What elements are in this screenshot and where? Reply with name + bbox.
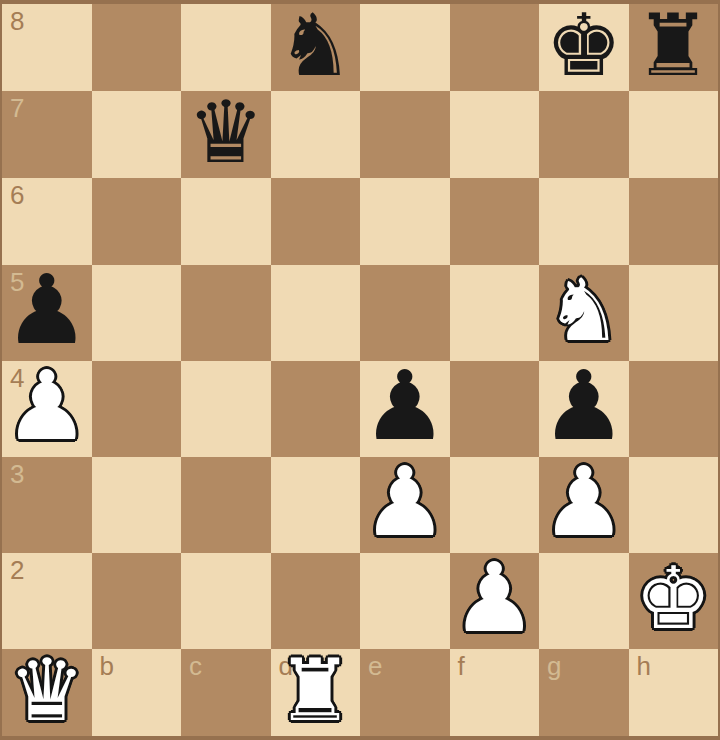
chess-board: 8♞♚♜7♛65♟♞4♟♟♟3♟♟2♟♚♛bcd♜efgh xyxy=(2,4,718,736)
square-f7[interactable] xyxy=(450,91,540,178)
square-b8[interactable] xyxy=(92,4,182,91)
square-e1[interactable]: e xyxy=(360,649,450,736)
square-d8[interactable]: ♞ xyxy=(271,4,361,91)
black-king[interactable]: ♚ xyxy=(545,2,622,88)
square-h2[interactable]: ♚ xyxy=(629,553,719,649)
square-h3[interactable] xyxy=(629,457,719,553)
white-pawn[interactable]: ♟ xyxy=(451,550,537,646)
black-knight[interactable]: ♞ xyxy=(277,2,354,88)
square-f4[interactable] xyxy=(450,361,540,457)
black-pawn[interactable]: ♟ xyxy=(4,262,90,358)
square-g8[interactable]: ♚ xyxy=(539,4,629,91)
square-c7[interactable]: ♛ xyxy=(181,91,271,178)
square-b3[interactable] xyxy=(92,457,182,553)
square-g1[interactable]: g xyxy=(539,649,629,736)
square-d4[interactable] xyxy=(271,361,361,457)
square-g6[interactable] xyxy=(539,178,629,265)
square-d3[interactable] xyxy=(271,457,361,553)
square-g2[interactable] xyxy=(539,553,629,649)
square-a8[interactable]: 8 xyxy=(2,4,92,91)
square-c4[interactable] xyxy=(181,361,271,457)
square-d5[interactable] xyxy=(271,265,361,361)
coordinate-label-a7: 7 xyxy=(10,95,24,121)
white-king[interactable]: ♚ xyxy=(635,555,712,641)
black-pawn[interactable]: ♟ xyxy=(362,358,448,454)
coordinate-label-h1: h xyxy=(637,653,651,679)
square-a7[interactable]: 7 xyxy=(2,91,92,178)
square-e7[interactable] xyxy=(360,91,450,178)
square-h5[interactable] xyxy=(629,265,719,361)
square-d6[interactable] xyxy=(271,178,361,265)
black-queen[interactable]: ♛ xyxy=(187,89,264,175)
coordinate-label-a2: 2 xyxy=(10,557,24,583)
square-a5[interactable]: 5♟ xyxy=(2,265,92,361)
coordinate-label-b1: b xyxy=(100,653,114,679)
square-c8[interactable] xyxy=(181,4,271,91)
square-h1[interactable]: h xyxy=(629,649,719,736)
square-c5[interactable] xyxy=(181,265,271,361)
square-a3[interactable]: 3 xyxy=(2,457,92,553)
white-rook[interactable]: ♜ xyxy=(277,647,354,733)
square-b4[interactable] xyxy=(92,361,182,457)
white-knight[interactable]: ♞ xyxy=(545,267,622,353)
square-g3[interactable]: ♟ xyxy=(539,457,629,553)
square-b6[interactable] xyxy=(92,178,182,265)
coordinate-label-a6: 6 xyxy=(10,182,24,208)
square-g5[interactable]: ♞ xyxy=(539,265,629,361)
square-h8[interactable]: ♜ xyxy=(629,4,719,91)
square-f8[interactable] xyxy=(450,4,540,91)
square-e4[interactable]: ♟ xyxy=(360,361,450,457)
coordinate-label-a3: 3 xyxy=(10,461,24,487)
square-f3[interactable] xyxy=(450,457,540,553)
square-c3[interactable] xyxy=(181,457,271,553)
coordinate-label-a8: 8 xyxy=(10,8,24,34)
square-f5[interactable] xyxy=(450,265,540,361)
square-g7[interactable] xyxy=(539,91,629,178)
square-a1[interactable]: ♛ xyxy=(2,649,92,736)
square-b1[interactable]: b xyxy=(92,649,182,736)
black-rook[interactable]: ♜ xyxy=(635,2,712,88)
coordinate-label-f1: f xyxy=(458,653,465,679)
square-e3[interactable]: ♟ xyxy=(360,457,450,553)
square-d7[interactable] xyxy=(271,91,361,178)
square-a4[interactable]: 4♟ xyxy=(2,361,92,457)
square-f6[interactable] xyxy=(450,178,540,265)
square-h7[interactable] xyxy=(629,91,719,178)
square-c1[interactable]: c xyxy=(181,649,271,736)
square-d1[interactable]: d♜ xyxy=(271,649,361,736)
square-h6[interactable] xyxy=(629,178,719,265)
coordinate-label-c1: c xyxy=(189,653,202,679)
white-pawn[interactable]: ♟ xyxy=(4,358,90,454)
square-e8[interactable] xyxy=(360,4,450,91)
coordinate-label-g1: g xyxy=(547,653,561,679)
square-b7[interactable] xyxy=(92,91,182,178)
square-f1[interactable]: f xyxy=(450,649,540,736)
white-pawn[interactable]: ♟ xyxy=(541,454,627,550)
square-b5[interactable] xyxy=(92,265,182,361)
square-e2[interactable] xyxy=(360,553,450,649)
white-queen[interactable]: ♛ xyxy=(8,647,85,733)
white-pawn[interactable]: ♟ xyxy=(362,454,448,550)
square-h4[interactable] xyxy=(629,361,719,457)
square-a2[interactable]: 2 xyxy=(2,553,92,649)
square-f2[interactable]: ♟ xyxy=(450,553,540,649)
square-a6[interactable]: 6 xyxy=(2,178,92,265)
square-c2[interactable] xyxy=(181,553,271,649)
square-d2[interactable] xyxy=(271,553,361,649)
black-pawn[interactable]: ♟ xyxy=(541,358,627,454)
square-b2[interactable] xyxy=(92,553,182,649)
square-g4[interactable]: ♟ xyxy=(539,361,629,457)
square-e5[interactable] xyxy=(360,265,450,361)
coordinate-label-e1: e xyxy=(368,653,382,679)
square-e6[interactable] xyxy=(360,178,450,265)
square-c6[interactable] xyxy=(181,178,271,265)
